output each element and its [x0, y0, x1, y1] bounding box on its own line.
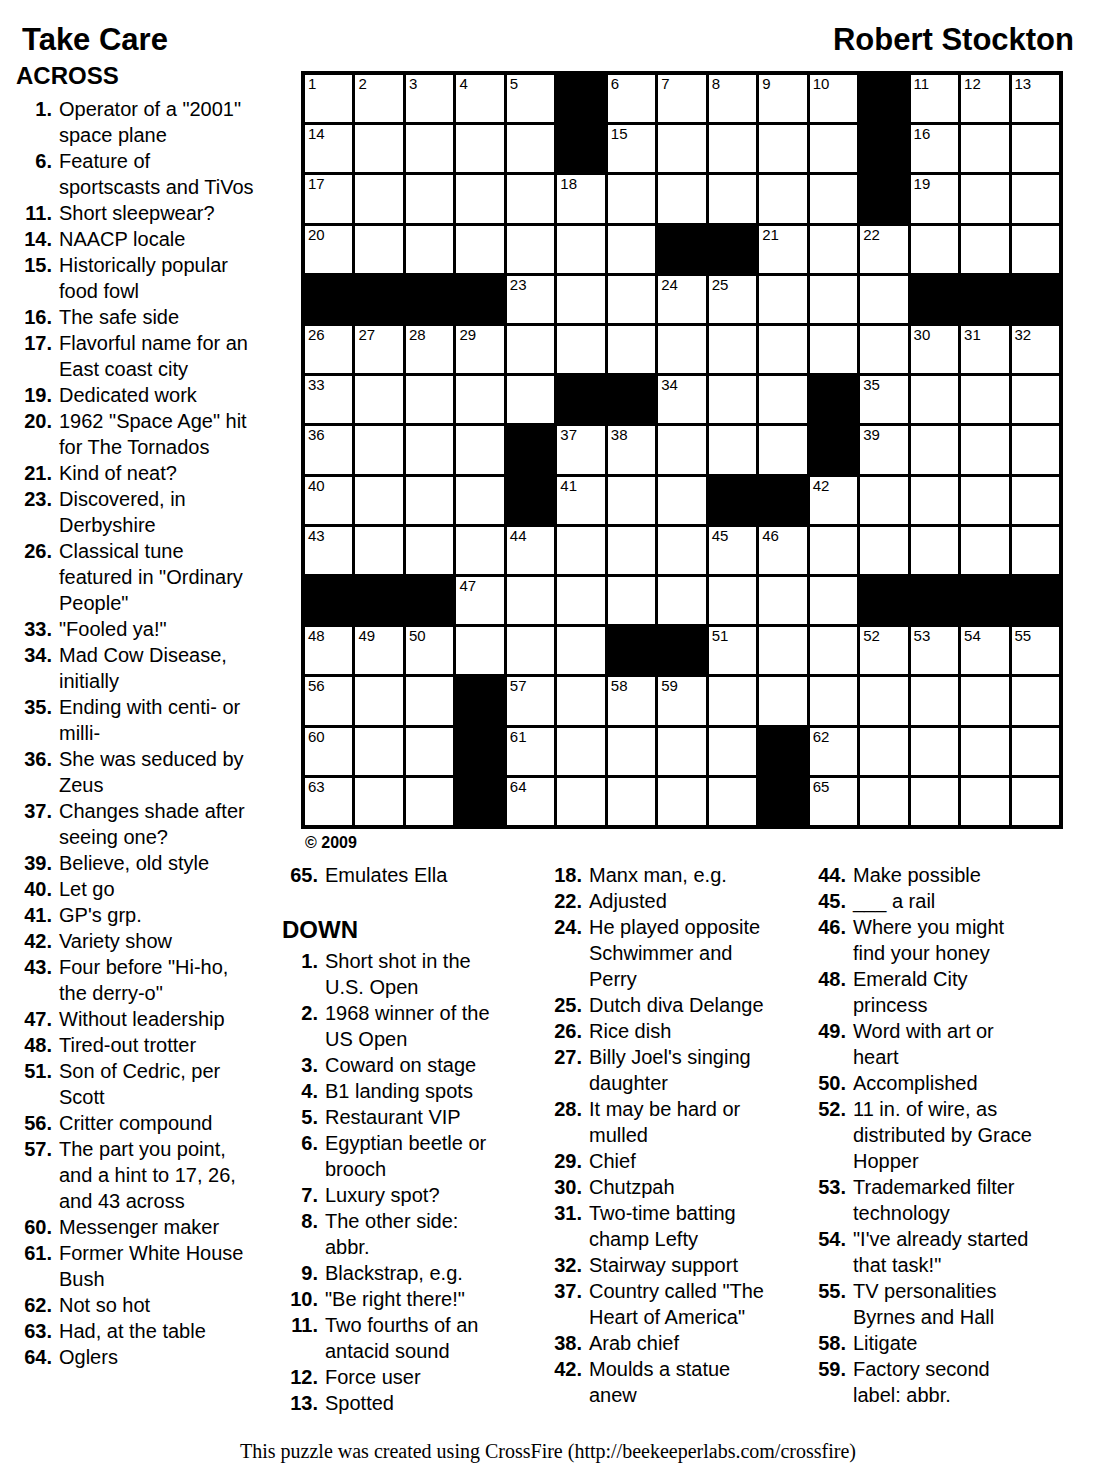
- grid-cell[interactable]: 46: [759, 527, 806, 574]
- clue-item: 21.Kind of neat?: [16, 460, 254, 486]
- grid-cell[interactable]: 38: [608, 426, 655, 473]
- grid-cell[interactable]: [355, 677, 402, 724]
- clue-number: 15.: [16, 252, 52, 304]
- cell-number: 54: [964, 627, 981, 645]
- grid-cell[interactable]: [810, 226, 857, 273]
- clue-text: Word with art or heart: [853, 1018, 1040, 1070]
- clue-number: 29.: [546, 1148, 582, 1174]
- grid-cell[interactable]: [911, 226, 958, 273]
- grid-cell[interactable]: 61: [507, 728, 554, 775]
- clue-number: 61.: [16, 1240, 52, 1292]
- cell-number: 8: [712, 75, 720, 93]
- grid-cell[interactable]: 14: [305, 125, 352, 172]
- grid-cell[interactable]: 18: [557, 175, 604, 222]
- grid-cell[interactable]: [557, 627, 604, 674]
- grid-cell[interactable]: [557, 226, 604, 273]
- grid-cell[interactable]: [355, 125, 402, 172]
- clue-item: 10."Be right there!": [282, 1286, 508, 1312]
- grid-cell[interactable]: [1012, 125, 1059, 172]
- grid-cell[interactable]: [608, 778, 655, 825]
- clue-number: 11.: [282, 1312, 318, 1364]
- grid-cell[interactable]: [759, 426, 806, 473]
- grid-cell[interactable]: [355, 226, 402, 273]
- page: { "game": "crossword", "title": "Take Ca…: [0, 0, 1096, 1474]
- grid-cell[interactable]: [456, 226, 503, 273]
- grid-cell[interactable]: 41: [557, 477, 604, 524]
- grid-cell[interactable]: [961, 728, 1008, 775]
- clue-number: 51.: [16, 1058, 52, 1110]
- clue-item: 37.Country called "The Heart of America": [546, 1278, 772, 1330]
- grid-cell[interactable]: [355, 175, 402, 222]
- grid-cell[interactable]: 36: [305, 426, 352, 473]
- puzzle-title: Take Care: [22, 22, 168, 58]
- clue-number: 32.: [546, 1252, 582, 1278]
- cell-number: 46: [762, 527, 779, 545]
- grid-cell[interactable]: 26: [305, 326, 352, 373]
- clue-text: Arab chief: [589, 1330, 772, 1356]
- cell-number: 3: [409, 75, 417, 93]
- down-clue-list-continued: 18.Manx man, e.g.22.Adjusted24.He played…: [546, 862, 772, 1408]
- grid-cell[interactable]: [507, 376, 554, 423]
- clue-item: 6.Egyptian beetle or brooch: [282, 1130, 508, 1182]
- copyright-notice: © 2009: [305, 834, 357, 852]
- grid-cell[interactable]: [608, 326, 655, 373]
- clue-text: Rice dish: [589, 1018, 772, 1044]
- cell-number: 50: [409, 627, 426, 645]
- down-clues-column-1: 65.Emulates Ella DOWN 1.Short shot in th…: [282, 862, 508, 1416]
- cell-number: 32: [1015, 326, 1032, 344]
- grid-cell[interactable]: [810, 627, 857, 674]
- grid-cell[interactable]: [355, 426, 402, 473]
- cell-number: 35: [863, 376, 880, 394]
- grid-cell[interactable]: 39: [860, 426, 907, 473]
- grid-cell[interactable]: 57: [507, 677, 554, 724]
- grid-cell[interactable]: [810, 677, 857, 724]
- clue-number: 16.: [16, 304, 52, 330]
- grid-cell[interactable]: [709, 125, 756, 172]
- grid-cell[interactable]: 53: [911, 627, 958, 674]
- grid-cell[interactable]: [1012, 778, 1059, 825]
- clue-number: 11.: [16, 200, 52, 226]
- clue-number: 35.: [16, 694, 52, 746]
- grid-cell[interactable]: 9: [759, 75, 806, 122]
- grid-cell[interactable]: [406, 728, 453, 775]
- cell-number: 42: [813, 477, 830, 495]
- grid-cell[interactable]: 10: [810, 75, 857, 122]
- grid-cell[interactable]: [860, 677, 907, 724]
- clue-number: 53.: [810, 1174, 846, 1226]
- grid-cell[interactable]: [658, 125, 705, 172]
- black-square: [759, 477, 806, 524]
- grid-cell[interactable]: [1012, 376, 1059, 423]
- clue-text: 1968 winner of the US Open: [325, 1000, 508, 1052]
- grid-cell[interactable]: 7: [658, 75, 705, 122]
- clue-text: Coward on stage: [325, 1052, 508, 1078]
- grid-cell[interactable]: 8: [709, 75, 756, 122]
- clue-number: 7.: [282, 1182, 318, 1208]
- grid-cell[interactable]: [759, 627, 806, 674]
- grid-cell[interactable]: 55: [1012, 627, 1059, 674]
- grid-cell[interactable]: 20: [305, 226, 352, 273]
- grid-cell[interactable]: [406, 778, 453, 825]
- grid-cell[interactable]: 1: [305, 75, 352, 122]
- grid-cell[interactable]: [507, 175, 554, 222]
- grid-cell[interactable]: [608, 728, 655, 775]
- grid-cell[interactable]: [557, 326, 604, 373]
- grid-cell[interactable]: 47: [456, 577, 503, 624]
- grid-cell[interactable]: 12: [961, 75, 1008, 122]
- grid-cell[interactable]: 34: [658, 376, 705, 423]
- clue-text: Emulates Ella: [325, 862, 508, 888]
- grid-cell[interactable]: [406, 376, 453, 423]
- grid-cell[interactable]: [810, 276, 857, 323]
- grid-cell[interactable]: [658, 778, 705, 825]
- grid-cell[interactable]: [860, 778, 907, 825]
- clue-number: 18.: [546, 862, 582, 888]
- cell-number: 28: [409, 326, 426, 344]
- grid-cell[interactable]: 56: [305, 677, 352, 724]
- grid-cell[interactable]: 21: [759, 226, 806, 273]
- grid-cell[interactable]: 28: [406, 326, 453, 373]
- cell-number: 49: [358, 627, 375, 645]
- clue-number: 10.: [282, 1286, 318, 1312]
- grid-cell[interactable]: 42: [810, 477, 857, 524]
- clue-number: 65.: [282, 862, 318, 888]
- clue-number: 5.: [282, 1104, 318, 1130]
- cell-number: 65: [813, 778, 830, 796]
- grid-cell[interactable]: [860, 527, 907, 574]
- grid-cell[interactable]: [961, 677, 1008, 724]
- grid-cell[interactable]: [911, 728, 958, 775]
- grid-cell[interactable]: [961, 226, 1008, 273]
- grid-cell[interactable]: [1012, 477, 1059, 524]
- cell-number: 34: [661, 376, 678, 394]
- grid-cell[interactable]: [456, 527, 503, 574]
- grid-cell[interactable]: [810, 326, 857, 373]
- grid-cell[interactable]: 5: [507, 75, 554, 122]
- clue-number: 34.: [16, 642, 52, 694]
- clue-item: 11.Short sleepwear?: [16, 200, 254, 226]
- grid-cell[interactable]: 32: [1012, 326, 1059, 373]
- clue-number: 58.: [810, 1330, 846, 1356]
- clue-item: 57.The part you point, and a hint to 17,…: [16, 1136, 254, 1214]
- grid-cell[interactable]: [355, 527, 402, 574]
- black-square: [810, 426, 857, 473]
- clue-text: Make possible: [853, 862, 1040, 888]
- grid-cell[interactable]: [406, 426, 453, 473]
- grid-cell[interactable]: 16: [911, 125, 958, 172]
- grid-cell[interactable]: 29: [456, 326, 503, 373]
- grid-cell[interactable]: [759, 276, 806, 323]
- grid-cell[interactable]: [658, 527, 705, 574]
- clue-text: Oglers: [59, 1344, 254, 1370]
- grid-cell[interactable]: [456, 376, 503, 423]
- grid-cell[interactable]: [759, 677, 806, 724]
- grid-cell[interactable]: [406, 125, 453, 172]
- grid-cell[interactable]: [507, 627, 554, 674]
- clue-text: She was seduced by Zeus: [59, 746, 254, 798]
- clue-text: Egyptian beetle or brooch: [325, 1130, 508, 1182]
- grid-cell[interactable]: 51: [709, 627, 756, 674]
- cell-number: 13: [1015, 75, 1032, 93]
- grid-cell[interactable]: [911, 778, 958, 825]
- grid-cell[interactable]: 60: [305, 728, 352, 775]
- black-square: [658, 226, 705, 273]
- clue-text: Two-time batting champ Lefty: [589, 1200, 772, 1252]
- cell-number: 43: [308, 527, 325, 545]
- clue-text: Had, at the table: [59, 1318, 254, 1344]
- grid-cell[interactable]: [557, 527, 604, 574]
- grid-cell[interactable]: [709, 326, 756, 373]
- grid-cell[interactable]: [860, 276, 907, 323]
- grid-cell[interactable]: [456, 426, 503, 473]
- grid-cell[interactable]: 43: [305, 527, 352, 574]
- clue-number: 62.: [16, 1292, 52, 1318]
- grid-cell[interactable]: [759, 326, 806, 373]
- grid-cell[interactable]: [406, 226, 453, 273]
- grid-cell[interactable]: 50: [406, 627, 453, 674]
- clue-number: 28.: [546, 1096, 582, 1148]
- grid-cell[interactable]: [759, 376, 806, 423]
- black-square: [456, 276, 503, 323]
- clue-item: 45.___ a rail: [810, 888, 1040, 914]
- grid-cell[interactable]: [608, 527, 655, 574]
- clue-item: 19.Dedicated work: [16, 382, 254, 408]
- grid-cell[interactable]: [507, 125, 554, 172]
- grid-cell[interactable]: [406, 677, 453, 724]
- grid-cell[interactable]: [1012, 226, 1059, 273]
- grid-cell[interactable]: [961, 477, 1008, 524]
- grid-cell[interactable]: [355, 376, 402, 423]
- clue-item: 62.Not so hot: [16, 1292, 254, 1318]
- grid-cell[interactable]: [406, 527, 453, 574]
- clue-number: 19.: [16, 382, 52, 408]
- grid-cell[interactable]: [557, 276, 604, 323]
- grid-cell[interactable]: [658, 175, 705, 222]
- grid-cell[interactable]: [911, 527, 958, 574]
- grid-cell[interactable]: [759, 125, 806, 172]
- grid-cell[interactable]: [1012, 728, 1059, 775]
- grid-cell[interactable]: [759, 577, 806, 624]
- grid-cell[interactable]: 48: [305, 627, 352, 674]
- clue-item: 40.Let go: [16, 876, 254, 902]
- black-square: [709, 477, 756, 524]
- grid-cell[interactable]: [557, 577, 604, 624]
- grid-cell[interactable]: 17: [305, 175, 352, 222]
- grid-cell[interactable]: [608, 175, 655, 222]
- clue-text: Former White House Bush: [59, 1240, 254, 1292]
- clue-text: The other side: abbr.: [325, 1208, 508, 1260]
- grid-cell[interactable]: [810, 577, 857, 624]
- grid-cell[interactable]: [911, 376, 958, 423]
- clue-number: 48.: [16, 1032, 52, 1058]
- grid-cell[interactable]: [658, 728, 705, 775]
- clue-number: 20.: [16, 408, 52, 460]
- grid-cell[interactable]: [961, 175, 1008, 222]
- clue-item: 1.Operator of a "2001" space plane: [16, 96, 254, 148]
- grid-cell[interactable]: [456, 627, 503, 674]
- grid-cell[interactable]: [658, 326, 705, 373]
- grid-cell[interactable]: 35: [860, 376, 907, 423]
- grid-cell[interactable]: [810, 527, 857, 574]
- clue-text: 1962 "Space Age" hit for The Tornados: [59, 408, 254, 460]
- grid-cell[interactable]: 58: [608, 677, 655, 724]
- grid-cell[interactable]: 23: [507, 276, 554, 323]
- clue-number: 2.: [282, 1000, 318, 1052]
- clue-item: 4.B1 landing spots: [282, 1078, 508, 1104]
- grid-cell[interactable]: [1012, 527, 1059, 574]
- grid-cell[interactable]: [608, 226, 655, 273]
- grid-cell[interactable]: 44: [507, 527, 554, 574]
- grid-cell[interactable]: [1012, 175, 1059, 222]
- grid-cell[interactable]: [961, 426, 1008, 473]
- clue-number: 39.: [16, 850, 52, 876]
- grid-cell[interactable]: [557, 677, 604, 724]
- grid-cell[interactable]: [406, 477, 453, 524]
- grid-cell[interactable]: [709, 376, 756, 423]
- grid-cell[interactable]: 40: [305, 477, 352, 524]
- grid-cell[interactable]: 2: [355, 75, 402, 122]
- down-header: DOWN: [282, 916, 508, 944]
- clue-text: Operator of a "2001" space plane: [59, 96, 254, 148]
- grid-cell[interactable]: 30: [911, 326, 958, 373]
- clue-item: 64.Oglers: [16, 1344, 254, 1370]
- grid-cell[interactable]: 27: [355, 326, 402, 373]
- clue-number: 4.: [282, 1078, 318, 1104]
- grid-cell[interactable]: [456, 477, 503, 524]
- clue-item: 43.Four before "Hi-ho, the derry-o": [16, 954, 254, 1006]
- grid-cell[interactable]: [911, 677, 958, 724]
- grid-cell[interactable]: 65: [810, 778, 857, 825]
- grid-cell[interactable]: [911, 477, 958, 524]
- clue-item: 18.Manx man, e.g.: [546, 862, 772, 888]
- black-square: [810, 376, 857, 423]
- grid-cell[interactable]: [608, 477, 655, 524]
- cell-number: 23: [510, 276, 527, 294]
- grid-cell[interactable]: [1012, 677, 1059, 724]
- black-square: [557, 376, 604, 423]
- clue-number: 23.: [16, 486, 52, 538]
- grid-cell[interactable]: [507, 577, 554, 624]
- clue-number: 48.: [810, 966, 846, 1018]
- cell-number: 19: [914, 175, 931, 193]
- grid-cell[interactable]: [355, 477, 402, 524]
- grid-cell[interactable]: 63: [305, 778, 352, 825]
- grid-cell[interactable]: [961, 125, 1008, 172]
- black-square: [860, 125, 907, 172]
- clue-text: Force user: [325, 1364, 508, 1390]
- grid-cell[interactable]: [709, 175, 756, 222]
- grid-cell[interactable]: [406, 175, 453, 222]
- grid-cell[interactable]: 49: [355, 627, 402, 674]
- grid-cell[interactable]: 64: [507, 778, 554, 825]
- grid-cell[interactable]: 11: [911, 75, 958, 122]
- grid-cell[interactable]: 15: [608, 125, 655, 172]
- cell-number: 44: [510, 527, 527, 545]
- grid-cell[interactable]: 52: [860, 627, 907, 674]
- clue-text: Tired-out trotter: [59, 1032, 254, 1058]
- grid-cell[interactable]: [860, 477, 907, 524]
- grid-cell[interactable]: [709, 677, 756, 724]
- clue-item: 24.He played opposite Schwimmer and Perr…: [546, 914, 772, 992]
- grid-cell[interactable]: [759, 175, 806, 222]
- grid-cell[interactable]: [911, 426, 958, 473]
- grid-cell[interactable]: [709, 728, 756, 775]
- clue-item: 48.Tired-out trotter: [16, 1032, 254, 1058]
- grid-cell[interactable]: [507, 226, 554, 273]
- black-square: [355, 577, 402, 624]
- grid-cell[interactable]: [860, 728, 907, 775]
- grid-cell[interactable]: [507, 326, 554, 373]
- clue-number: 52.: [810, 1096, 846, 1174]
- black-square: [406, 577, 453, 624]
- grid-cell[interactable]: 33: [305, 376, 352, 423]
- clue-number: 63.: [16, 1318, 52, 1344]
- grid-cell[interactable]: [961, 376, 1008, 423]
- clue-text: Changes shade after seeing one?: [59, 798, 254, 850]
- cell-number: 40: [308, 477, 325, 495]
- clue-text: Moulds a statue anew: [589, 1356, 772, 1408]
- clue-text: The safe side: [59, 304, 254, 330]
- grid-cell[interactable]: [557, 778, 604, 825]
- grid-cell[interactable]: [557, 728, 604, 775]
- grid-cell[interactable]: [658, 577, 705, 624]
- clue-text: Stairway support: [589, 1252, 772, 1278]
- grid-cell[interactable]: [608, 276, 655, 323]
- grid-cell[interactable]: 3: [406, 75, 453, 122]
- grid-cell[interactable]: [709, 577, 756, 624]
- clue-item: 65.Emulates Ella: [282, 862, 508, 888]
- grid-cell[interactable]: [355, 728, 402, 775]
- grid-cell[interactable]: [1012, 426, 1059, 473]
- grid-cell[interactable]: [810, 175, 857, 222]
- grid-cell[interactable]: 6: [608, 75, 655, 122]
- grid-cell[interactable]: 59: [658, 677, 705, 724]
- grid-cell[interactable]: 4: [456, 75, 503, 122]
- grid-cell[interactable]: 31: [961, 326, 1008, 373]
- grid-cell[interactable]: [658, 426, 705, 473]
- clue-text: NAACP locale: [59, 226, 254, 252]
- grid-cell[interactable]: 54: [961, 627, 1008, 674]
- grid-cell[interactable]: [860, 326, 907, 373]
- grid-cell[interactable]: 13: [1012, 75, 1059, 122]
- clue-number: 24.: [546, 914, 582, 992]
- grid-cell[interactable]: [658, 477, 705, 524]
- grid-cell[interactable]: 62: [810, 728, 857, 775]
- grid-cell[interactable]: [810, 125, 857, 172]
- cell-number: 24: [661, 276, 678, 294]
- grid-cell[interactable]: [608, 577, 655, 624]
- grid-cell[interactable]: 45: [709, 527, 756, 574]
- grid-cell[interactable]: 25: [709, 276, 756, 323]
- grid-cell[interactable]: [456, 125, 503, 172]
- grid-cell[interactable]: [456, 175, 503, 222]
- grid-cell[interactable]: 22: [860, 226, 907, 273]
- cell-number: 63: [308, 778, 325, 796]
- clue-number: 36.: [16, 746, 52, 798]
- grid-cell[interactable]: [961, 527, 1008, 574]
- grid-cell[interactable]: 19: [911, 175, 958, 222]
- grid-cell[interactable]: [709, 426, 756, 473]
- grid-cell[interactable]: [961, 778, 1008, 825]
- grid-cell[interactable]: [709, 778, 756, 825]
- grid-cell[interactable]: 24: [658, 276, 705, 323]
- clue-number: 44.: [810, 862, 846, 888]
- clue-number: 31.: [546, 1200, 582, 1252]
- grid-cell[interactable]: [355, 778, 402, 825]
- grid-cell[interactable]: 37: [557, 426, 604, 473]
- across-clue-list: 1.Operator of a "2001" space plane6.Feat…: [16, 96, 254, 1370]
